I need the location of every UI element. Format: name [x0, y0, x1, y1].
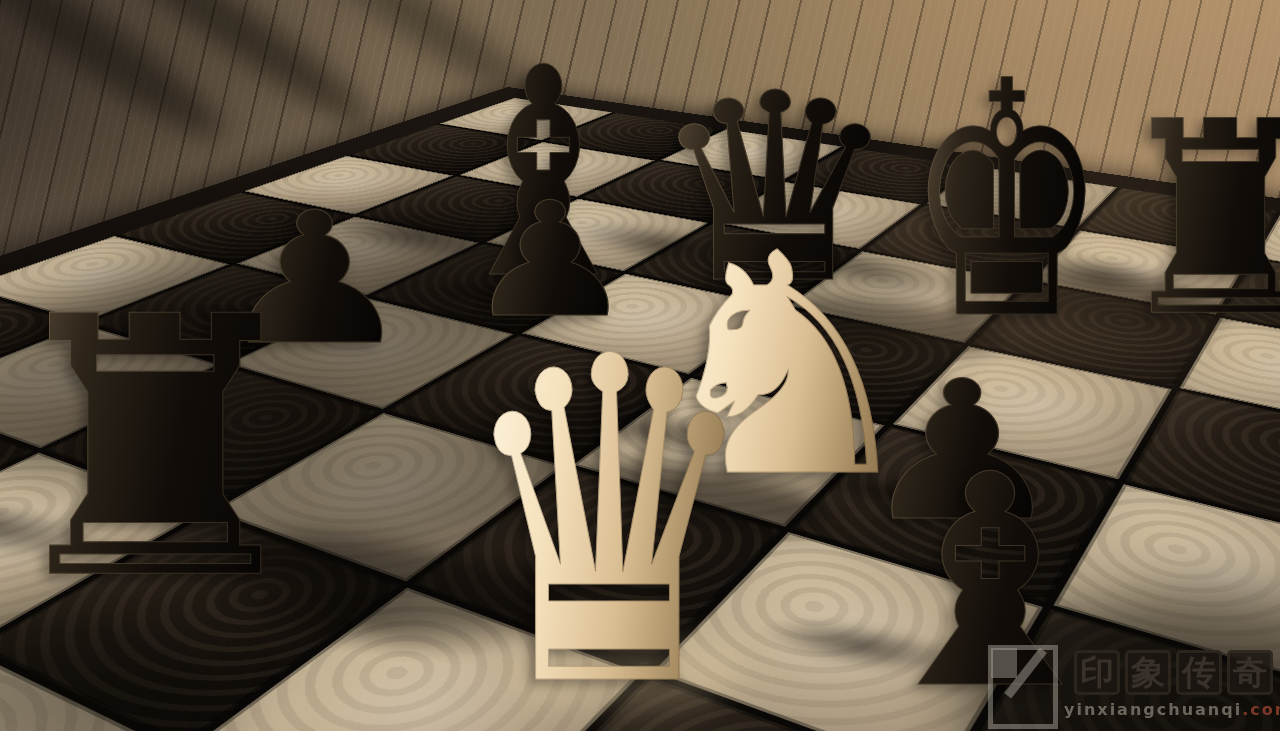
chessboard [0, 87, 1280, 731]
wood-cast-shadow [96, 0, 385, 142]
chessboard-grid [0, 98, 1280, 731]
chess-scene: ♜♟♝♟♛♛♞♚♟♝♜ 印象传奇 yinxiangchuanqi.com [0, 0, 1280, 731]
wood-cast-shadow [0, 0, 237, 156]
